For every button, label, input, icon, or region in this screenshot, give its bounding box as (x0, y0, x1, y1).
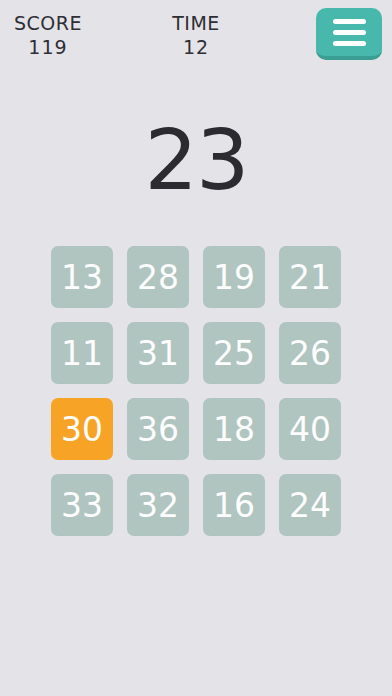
number-tile[interactable]: 16 (203, 474, 265, 536)
score-label: SCORE (0, 14, 96, 33)
number-grid: 13281921113125263036184033321624 (51, 246, 341, 536)
score-value: 119 (0, 38, 96, 57)
menu-button[interactable] (316, 8, 382, 60)
number-tile[interactable]: 28 (127, 246, 189, 308)
number-tile-selected[interactable]: 30 (51, 398, 113, 460)
number-tile[interactable]: 24 (279, 474, 341, 536)
time-label: TIME (172, 14, 220, 33)
number-tile[interactable]: 33 (51, 474, 113, 536)
number-tile[interactable]: 25 (203, 322, 265, 384)
number-tile[interactable]: 11 (51, 322, 113, 384)
time-value: 12 (172, 38, 220, 57)
number-tile[interactable]: 26 (279, 322, 341, 384)
number-tile[interactable]: 21 (279, 246, 341, 308)
number-tile[interactable]: 36 (127, 398, 189, 460)
number-tile[interactable]: 19 (203, 246, 265, 308)
game-screen: SCORE 119 TIME 12 23 1328192111312526303… (0, 0, 392, 696)
number-tile[interactable]: 13 (51, 246, 113, 308)
number-tile[interactable]: 18 (203, 398, 265, 460)
target-number: 23 (0, 118, 392, 202)
time-display: TIME 12 (172, 14, 220, 57)
number-tile[interactable]: 31 (127, 322, 189, 384)
hamburger-icon (333, 19, 366, 46)
score-display: SCORE 119 (0, 14, 96, 57)
number-tile[interactable]: 40 (279, 398, 341, 460)
number-tile[interactable]: 32 (127, 474, 189, 536)
